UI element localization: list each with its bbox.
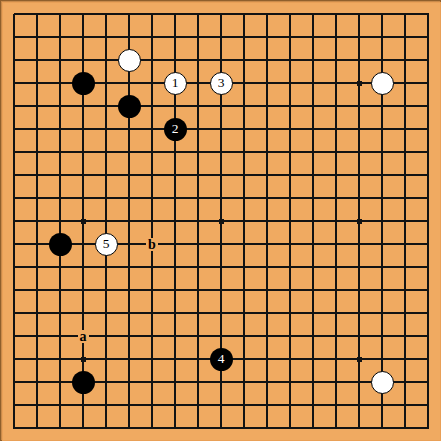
intersection bbox=[279, 417, 302, 440]
intersection bbox=[72, 187, 95, 210]
black-stone bbox=[49, 233, 72, 256]
intersection bbox=[371, 417, 394, 440]
intersection bbox=[49, 302, 72, 325]
intersection bbox=[325, 348, 348, 371]
intersection bbox=[417, 72, 440, 95]
intersection bbox=[164, 187, 187, 210]
intersection bbox=[49, 49, 72, 72]
intersection bbox=[325, 187, 348, 210]
intersection bbox=[49, 72, 72, 95]
intersection bbox=[72, 49, 95, 72]
intersection bbox=[49, 3, 72, 26]
intersection bbox=[279, 26, 302, 49]
intersection bbox=[371, 49, 394, 72]
intersection bbox=[394, 118, 417, 141]
intersection bbox=[95, 164, 118, 187]
point-label-text: b bbox=[146, 238, 158, 251]
intersection bbox=[394, 348, 417, 371]
intersection bbox=[233, 325, 256, 348]
intersection bbox=[325, 72, 348, 95]
intersection bbox=[325, 3, 348, 26]
intersection bbox=[256, 371, 279, 394]
intersection bbox=[325, 279, 348, 302]
intersection bbox=[3, 348, 26, 371]
intersection bbox=[72, 348, 95, 371]
intersection bbox=[348, 72, 371, 95]
intersection bbox=[3, 279, 26, 302]
intersection bbox=[72, 210, 95, 233]
intersection bbox=[141, 394, 164, 417]
intersection bbox=[348, 26, 371, 49]
intersection bbox=[371, 187, 394, 210]
intersection bbox=[187, 49, 210, 72]
intersection bbox=[302, 302, 325, 325]
intersection bbox=[26, 187, 49, 210]
intersection bbox=[72, 3, 95, 26]
intersection bbox=[210, 325, 233, 348]
intersection bbox=[210, 141, 233, 164]
intersection bbox=[26, 302, 49, 325]
intersection bbox=[72, 233, 95, 256]
intersection bbox=[26, 118, 49, 141]
intersection bbox=[118, 49, 141, 72]
intersection bbox=[3, 49, 26, 72]
intersection bbox=[233, 417, 256, 440]
intersection bbox=[256, 95, 279, 118]
intersection bbox=[256, 26, 279, 49]
intersection bbox=[26, 49, 49, 72]
intersection bbox=[348, 141, 371, 164]
intersection bbox=[348, 233, 371, 256]
intersection bbox=[256, 233, 279, 256]
intersection bbox=[279, 302, 302, 325]
intersection bbox=[348, 371, 371, 394]
intersection bbox=[302, 118, 325, 141]
intersection bbox=[95, 348, 118, 371]
intersection: 4 bbox=[210, 348, 233, 371]
intersection bbox=[417, 302, 440, 325]
intersection bbox=[256, 302, 279, 325]
intersection bbox=[49, 371, 72, 394]
intersection bbox=[279, 3, 302, 26]
intersection bbox=[187, 325, 210, 348]
intersection bbox=[3, 417, 26, 440]
intersection bbox=[3, 302, 26, 325]
intersection bbox=[3, 325, 26, 348]
intersection bbox=[302, 279, 325, 302]
intersection bbox=[118, 348, 141, 371]
intersection bbox=[3, 256, 26, 279]
intersection bbox=[187, 302, 210, 325]
intersection bbox=[72, 95, 95, 118]
intersection bbox=[417, 256, 440, 279]
intersection bbox=[187, 371, 210, 394]
intersection bbox=[325, 371, 348, 394]
intersection bbox=[118, 256, 141, 279]
intersection bbox=[141, 302, 164, 325]
intersection bbox=[233, 164, 256, 187]
intersection bbox=[95, 325, 118, 348]
intersection bbox=[417, 325, 440, 348]
intersection bbox=[302, 348, 325, 371]
intersection bbox=[394, 141, 417, 164]
intersection bbox=[394, 95, 417, 118]
intersection bbox=[164, 164, 187, 187]
intersection bbox=[95, 72, 118, 95]
intersection bbox=[164, 417, 187, 440]
intersection bbox=[417, 164, 440, 187]
intersection bbox=[141, 3, 164, 26]
intersection bbox=[141, 279, 164, 302]
intersection bbox=[394, 49, 417, 72]
intersection bbox=[417, 371, 440, 394]
intersection bbox=[302, 233, 325, 256]
intersection bbox=[325, 394, 348, 417]
intersection bbox=[187, 394, 210, 417]
intersection bbox=[325, 256, 348, 279]
intersection bbox=[164, 3, 187, 26]
intersection bbox=[118, 371, 141, 394]
intersection bbox=[49, 256, 72, 279]
intersection bbox=[210, 49, 233, 72]
intersection bbox=[302, 187, 325, 210]
intersection bbox=[187, 210, 210, 233]
intersection bbox=[141, 95, 164, 118]
intersection bbox=[279, 371, 302, 394]
intersection bbox=[233, 348, 256, 371]
intersection bbox=[417, 187, 440, 210]
intersection bbox=[95, 371, 118, 394]
intersection bbox=[49, 141, 72, 164]
intersection bbox=[325, 302, 348, 325]
intersection bbox=[348, 164, 371, 187]
intersection bbox=[95, 3, 118, 26]
intersection bbox=[187, 72, 210, 95]
intersection bbox=[348, 348, 371, 371]
intersection bbox=[164, 210, 187, 233]
intersection bbox=[187, 233, 210, 256]
intersection bbox=[95, 26, 118, 49]
intersection bbox=[256, 210, 279, 233]
intersection bbox=[233, 394, 256, 417]
intersection bbox=[49, 417, 72, 440]
intersection bbox=[164, 302, 187, 325]
intersection bbox=[141, 417, 164, 440]
intersection bbox=[26, 26, 49, 49]
black-stone: 2 bbox=[164, 118, 187, 141]
intersection bbox=[210, 256, 233, 279]
star-point bbox=[357, 357, 362, 362]
intersection bbox=[95, 256, 118, 279]
intersection bbox=[417, 417, 440, 440]
intersection bbox=[233, 118, 256, 141]
intersection bbox=[187, 95, 210, 118]
intersection bbox=[348, 394, 371, 417]
intersection bbox=[26, 417, 49, 440]
intersection bbox=[371, 394, 394, 417]
intersection bbox=[348, 256, 371, 279]
intersection bbox=[72, 118, 95, 141]
intersection bbox=[118, 325, 141, 348]
intersection bbox=[210, 3, 233, 26]
intersection bbox=[394, 26, 417, 49]
intersection bbox=[118, 394, 141, 417]
intersection bbox=[141, 371, 164, 394]
intersection bbox=[141, 210, 164, 233]
intersection bbox=[371, 118, 394, 141]
star-point bbox=[81, 219, 86, 224]
intersection bbox=[325, 118, 348, 141]
intersection bbox=[118, 118, 141, 141]
intersection bbox=[302, 210, 325, 233]
intersection bbox=[118, 72, 141, 95]
intersection bbox=[210, 394, 233, 417]
intersection bbox=[141, 164, 164, 187]
intersection bbox=[371, 371, 394, 394]
intersection bbox=[256, 141, 279, 164]
intersection bbox=[118, 302, 141, 325]
intersection bbox=[187, 417, 210, 440]
intersection bbox=[49, 210, 72, 233]
intersection bbox=[3, 187, 26, 210]
intersection bbox=[279, 348, 302, 371]
intersection bbox=[210, 95, 233, 118]
intersection bbox=[26, 256, 49, 279]
intersection bbox=[233, 72, 256, 95]
intersection bbox=[164, 371, 187, 394]
intersection bbox=[49, 95, 72, 118]
intersection bbox=[302, 256, 325, 279]
intersection bbox=[164, 95, 187, 118]
intersection bbox=[279, 233, 302, 256]
intersection bbox=[118, 26, 141, 49]
intersection bbox=[279, 394, 302, 417]
intersection: b bbox=[141, 233, 164, 256]
intersection bbox=[95, 417, 118, 440]
intersection bbox=[72, 302, 95, 325]
intersection bbox=[3, 3, 26, 26]
intersection bbox=[187, 348, 210, 371]
intersection bbox=[95, 210, 118, 233]
intersection bbox=[279, 141, 302, 164]
intersection bbox=[233, 210, 256, 233]
intersection bbox=[417, 118, 440, 141]
intersection bbox=[417, 3, 440, 26]
intersection bbox=[49, 348, 72, 371]
point-label-b: b bbox=[141, 233, 164, 256]
intersection bbox=[210, 187, 233, 210]
black-stone bbox=[118, 95, 141, 118]
intersection bbox=[256, 348, 279, 371]
intersection bbox=[72, 72, 95, 95]
intersection bbox=[49, 325, 72, 348]
intersection bbox=[95, 141, 118, 164]
move-number: 2 bbox=[172, 122, 179, 136]
intersection bbox=[371, 95, 394, 118]
intersection bbox=[394, 371, 417, 394]
intersection bbox=[141, 141, 164, 164]
move-number: 3 bbox=[218, 76, 225, 90]
intersection bbox=[394, 417, 417, 440]
intersection bbox=[210, 118, 233, 141]
intersection bbox=[3, 394, 26, 417]
intersection bbox=[325, 141, 348, 164]
intersection bbox=[348, 325, 371, 348]
intersection bbox=[141, 26, 164, 49]
intersection bbox=[118, 141, 141, 164]
intersection bbox=[348, 95, 371, 118]
intersection bbox=[164, 26, 187, 49]
point-label-text: a bbox=[78, 330, 89, 343]
intersection bbox=[3, 118, 26, 141]
intersection bbox=[118, 417, 141, 440]
intersection bbox=[187, 26, 210, 49]
intersection bbox=[210, 417, 233, 440]
intersection bbox=[233, 256, 256, 279]
intersection bbox=[72, 394, 95, 417]
intersection bbox=[233, 95, 256, 118]
intersection bbox=[394, 72, 417, 95]
intersection bbox=[233, 371, 256, 394]
intersection bbox=[26, 279, 49, 302]
intersection bbox=[118, 279, 141, 302]
intersection bbox=[164, 256, 187, 279]
intersection bbox=[26, 348, 49, 371]
intersection bbox=[371, 26, 394, 49]
intersection bbox=[118, 164, 141, 187]
intersection bbox=[302, 371, 325, 394]
intersection bbox=[72, 371, 95, 394]
intersection bbox=[164, 279, 187, 302]
intersection bbox=[256, 49, 279, 72]
intersection: 1 bbox=[164, 72, 187, 95]
intersection bbox=[72, 417, 95, 440]
intersection: 3 bbox=[210, 72, 233, 95]
intersection bbox=[325, 95, 348, 118]
intersection bbox=[164, 394, 187, 417]
intersection bbox=[141, 118, 164, 141]
intersection bbox=[49, 233, 72, 256]
intersection bbox=[72, 26, 95, 49]
intersection bbox=[256, 417, 279, 440]
intersection bbox=[394, 187, 417, 210]
intersection bbox=[325, 325, 348, 348]
intersection bbox=[95, 49, 118, 72]
intersection bbox=[348, 187, 371, 210]
intersection bbox=[302, 72, 325, 95]
intersection bbox=[118, 95, 141, 118]
intersection bbox=[3, 210, 26, 233]
intersection bbox=[256, 72, 279, 95]
white-stone: 5 bbox=[95, 233, 118, 256]
black-stone bbox=[72, 371, 95, 394]
black-stone bbox=[72, 72, 95, 95]
intersection bbox=[279, 164, 302, 187]
intersection bbox=[417, 233, 440, 256]
intersection bbox=[302, 26, 325, 49]
intersection bbox=[394, 3, 417, 26]
intersection bbox=[26, 3, 49, 26]
intersection bbox=[49, 279, 72, 302]
intersection bbox=[233, 302, 256, 325]
intersection bbox=[256, 187, 279, 210]
intersection bbox=[95, 118, 118, 141]
white-stone bbox=[371, 371, 394, 394]
intersection bbox=[371, 141, 394, 164]
intersection bbox=[302, 325, 325, 348]
intersection: 5 bbox=[95, 233, 118, 256]
intersection bbox=[233, 49, 256, 72]
intersection bbox=[26, 72, 49, 95]
intersection bbox=[256, 394, 279, 417]
intersection bbox=[256, 279, 279, 302]
intersection bbox=[394, 279, 417, 302]
intersection bbox=[233, 141, 256, 164]
intersection bbox=[325, 26, 348, 49]
intersection bbox=[210, 210, 233, 233]
intersection: a bbox=[72, 325, 95, 348]
intersection bbox=[256, 118, 279, 141]
intersection bbox=[325, 164, 348, 187]
star-point bbox=[357, 81, 362, 86]
intersection bbox=[95, 279, 118, 302]
intersection bbox=[210, 164, 233, 187]
intersection bbox=[279, 49, 302, 72]
intersection bbox=[3, 164, 26, 187]
intersection bbox=[325, 210, 348, 233]
intersection bbox=[26, 210, 49, 233]
white-stone bbox=[118, 49, 141, 72]
intersection bbox=[141, 187, 164, 210]
intersection bbox=[3, 95, 26, 118]
intersection bbox=[118, 210, 141, 233]
intersection bbox=[141, 49, 164, 72]
move-number: 4 bbox=[218, 352, 225, 366]
move-number: 5 bbox=[103, 237, 110, 251]
intersection bbox=[233, 279, 256, 302]
intersection bbox=[394, 302, 417, 325]
intersection bbox=[417, 49, 440, 72]
intersection bbox=[3, 371, 26, 394]
intersection bbox=[348, 3, 371, 26]
intersection bbox=[187, 164, 210, 187]
intersection bbox=[187, 141, 210, 164]
intersection bbox=[187, 279, 210, 302]
intersection bbox=[417, 26, 440, 49]
intersection bbox=[348, 417, 371, 440]
board-grid: 1325ba4 bbox=[3, 3, 440, 440]
intersection bbox=[233, 3, 256, 26]
intersection bbox=[348, 118, 371, 141]
intersection bbox=[233, 233, 256, 256]
star-point bbox=[357, 219, 362, 224]
star-point bbox=[219, 219, 224, 224]
intersection bbox=[302, 95, 325, 118]
intersection bbox=[164, 325, 187, 348]
intersection bbox=[279, 325, 302, 348]
intersection bbox=[394, 233, 417, 256]
intersection bbox=[417, 95, 440, 118]
intersection bbox=[302, 417, 325, 440]
intersection bbox=[72, 141, 95, 164]
intersection bbox=[3, 141, 26, 164]
point-label-a: a bbox=[72, 325, 95, 348]
intersection bbox=[302, 394, 325, 417]
intersection bbox=[325, 233, 348, 256]
intersection bbox=[141, 256, 164, 279]
intersection bbox=[302, 164, 325, 187]
white-stone: 3 bbox=[210, 72, 233, 95]
